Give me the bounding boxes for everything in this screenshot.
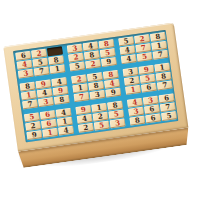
number-tile[interactable]: 9 xyxy=(101,57,117,67)
number-tile[interactable]: 8 xyxy=(54,95,70,105)
number-tile[interactable]: 6 xyxy=(141,83,157,93)
number-tile[interactable]: 7 xyxy=(157,80,173,90)
number-tile[interactable]: 1 xyxy=(125,85,141,95)
number-tile[interactable]: 7 xyxy=(34,66,50,76)
number-tile[interactable]: 9 xyxy=(105,88,121,98)
number-tile[interactable]: 5 xyxy=(69,61,85,71)
number-tile[interactable]: 3 xyxy=(18,69,34,79)
number-tile[interactable]: 5 xyxy=(137,52,153,62)
number-tile[interactable]: 1 xyxy=(42,128,58,138)
number-tile[interactable]: 8 xyxy=(129,116,145,126)
sudoku-board: 6234852845828547137152945789425839114918… xyxy=(13,30,178,143)
product-photo-sudoku-box: 6234852845828547137152945789425839114918… xyxy=(0,0,200,200)
number-tile[interactable]: 7 xyxy=(74,92,90,102)
number-tile[interactable]: 3 xyxy=(110,118,126,128)
number-tile[interactable]: 7 xyxy=(152,50,168,60)
wooden-sudoku-box: 6234852845828547137152945789425839114918… xyxy=(3,23,190,169)
number-tile[interactable]: 4 xyxy=(121,54,137,64)
number-tile[interactable]: 2 xyxy=(78,123,94,133)
number-tile[interactable]: 3 xyxy=(89,90,105,100)
number-tile[interactable]: 7 xyxy=(22,99,38,109)
number-tile[interactable]: 5 xyxy=(94,121,110,131)
number-tile[interactable]: 3 xyxy=(38,97,54,107)
number-tile[interactable]: 6 xyxy=(145,113,161,123)
number-tile[interactable]: 5 xyxy=(161,111,177,121)
number-tile[interactable]: 9 xyxy=(26,130,42,140)
number-tile[interactable]: 2 xyxy=(85,59,101,69)
number-tile[interactable]: 1 xyxy=(49,64,65,74)
number-tile[interactable]: 4 xyxy=(58,126,74,136)
